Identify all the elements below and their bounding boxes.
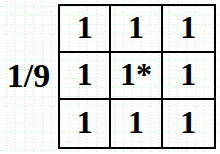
scale-factor-label: 1/9: [0, 52, 57, 100]
kernel-cell-r1c2: 1: [163, 53, 214, 100]
kernel-cell-r2c1: 1: [111, 100, 162, 147]
kernel-cell-r1c1-center: 1*: [111, 53, 162, 100]
kernel-cell-r2c0: 1: [60, 100, 111, 147]
kernel-cell-r0c0: 1: [60, 6, 111, 53]
kernel-cell-r1c0: 1: [60, 53, 111, 100]
kernel-cell-r2c2: 1: [163, 100, 214, 147]
kernel-grid: 1 1 1 1 1* 1 1 1 1: [58, 4, 216, 149]
kernel-diagram: 1/9 1 1 1 1 1* 1 1 1 1: [0, 0, 220, 154]
kernel-cell-r0c2: 1: [163, 6, 214, 53]
kernel-cell-r0c1: 1: [111, 6, 162, 53]
